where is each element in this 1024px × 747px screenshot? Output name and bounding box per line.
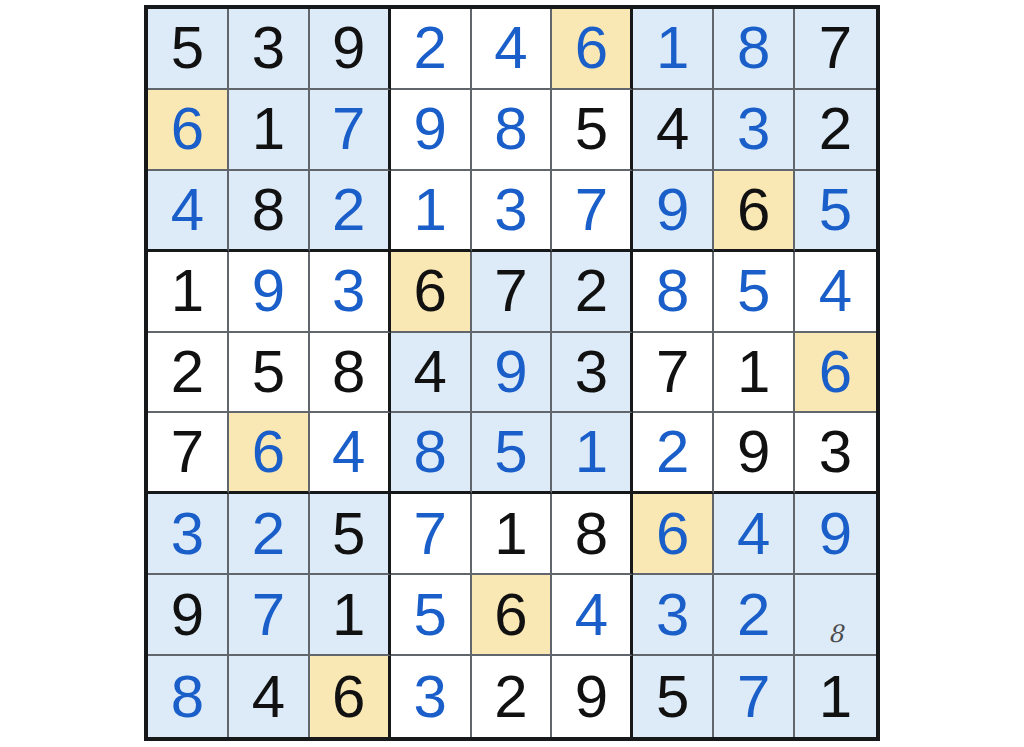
cell-r5c2[interactable]: 5 <box>229 333 310 414</box>
digit: 7 <box>494 261 527 321</box>
cell-r3c8[interactable]: 6 <box>714 171 795 252</box>
cell-r2c8[interactable]: 3 <box>714 90 795 171</box>
cell-r8c2[interactable]: 7 <box>229 575 310 656</box>
digit: 5 <box>737 261 770 321</box>
cell-r9c5[interactable]: 2 <box>472 656 553 737</box>
cell-r9c4[interactable]: 3 <box>391 656 472 737</box>
cell-r7c9[interactable]: 9 <box>795 494 876 575</box>
digit: 9 <box>171 585 204 645</box>
cell-r7c4[interactable]: 7 <box>391 494 472 575</box>
digit: 6 <box>171 99 204 159</box>
cell-r2c1[interactable]: 6 <box>148 90 229 171</box>
digit: 8 <box>575 504 608 564</box>
digit: 9 <box>252 261 285 321</box>
cell-r7c6[interactable]: 8 <box>552 494 633 575</box>
cell-r2c5[interactable]: 8 <box>472 90 553 171</box>
cell-r6c1[interactable]: 7 <box>148 413 229 494</box>
cell-r5c1[interactable]: 2 <box>148 333 229 414</box>
cell-r9c7[interactable]: 5 <box>633 656 714 737</box>
cell-r3c2[interactable]: 8 <box>229 171 310 252</box>
cell-r7c3[interactable]: 5 <box>310 494 391 575</box>
digit: 2 <box>252 504 285 564</box>
cell-r4c6[interactable]: 2 <box>552 252 633 333</box>
cell-r8c4[interactable]: 5 <box>391 575 472 656</box>
digit: 6 <box>332 667 365 727</box>
digit: 9 <box>737 422 770 482</box>
digit: 3 <box>819 422 852 482</box>
digit: 9 <box>575 667 608 727</box>
cell-r5c6[interactable]: 3 <box>552 333 633 414</box>
digit: 6 <box>737 180 770 240</box>
digit: 3 <box>413 667 446 727</box>
cell-r5c4[interactable]: 4 <box>391 333 472 414</box>
cell-r2c9[interactable]: 2 <box>795 90 876 171</box>
cell-r4c3[interactable]: 3 <box>310 252 391 333</box>
digit: 8 <box>413 422 446 482</box>
cell-r6c5[interactable]: 5 <box>472 413 553 494</box>
cell-r6c8[interactable]: 9 <box>714 413 795 494</box>
cell-r6c2[interactable]: 6 <box>229 413 310 494</box>
cell-r1c6[interactable]: 6 <box>552 9 633 90</box>
digit: 5 <box>656 667 689 727</box>
cell-r4c5[interactable]: 7 <box>472 252 553 333</box>
cell-r8c8[interactable]: 2 <box>714 575 795 656</box>
digit: 3 <box>494 180 527 240</box>
digit: 5 <box>575 99 608 159</box>
digit: 1 <box>494 504 527 564</box>
digit: 8 <box>332 342 365 402</box>
digit: 4 <box>494 18 527 78</box>
cell-r9c3[interactable]: 6 <box>310 656 391 737</box>
digit: 5 <box>413 585 446 645</box>
digit: 9 <box>819 504 852 564</box>
cell-r6c6[interactable]: 1 <box>552 413 633 494</box>
digit: 7 <box>656 342 689 402</box>
digit: 8 <box>494 99 527 159</box>
digit: 4 <box>171 180 204 240</box>
cell-r1c3[interactable]: 9 <box>310 9 391 90</box>
digit: 2 <box>737 585 770 645</box>
cell-r5c9[interactable]: 6 <box>795 333 876 414</box>
cell-r6c9[interactable]: 3 <box>795 413 876 494</box>
digit: 4 <box>332 422 365 482</box>
cell-r6c7[interactable]: 2 <box>633 413 714 494</box>
digit: 1 <box>171 261 204 321</box>
cell-r3c4[interactable]: 1 <box>391 171 472 252</box>
digit: 6 <box>494 585 527 645</box>
cell-r7c5[interactable]: 1 <box>472 494 553 575</box>
cell-r8c6[interactable]: 4 <box>552 575 633 656</box>
digit: 7 <box>171 422 204 482</box>
cell-r9c6[interactable]: 9 <box>552 656 633 737</box>
digit: 1 <box>575 422 608 482</box>
cell-r4c7[interactable]: 8 <box>633 252 714 333</box>
cell-r1c4[interactable]: 2 <box>391 9 472 90</box>
digit: 9 <box>413 99 446 159</box>
cell-r9c2[interactable]: 4 <box>229 656 310 737</box>
cell-r7c7[interactable]: 6 <box>633 494 714 575</box>
cell-r4c1[interactable]: 1 <box>148 252 229 333</box>
cell-r5c7[interactable]: 7 <box>633 333 714 414</box>
digit: 7 <box>413 504 446 564</box>
digit: 4 <box>575 585 608 645</box>
digit: 3 <box>252 18 285 78</box>
digit: 6 <box>819 342 852 402</box>
digit: 3 <box>737 99 770 159</box>
pencil-mark: 8 <box>828 622 843 646</box>
cell-r3c5[interactable]: 3 <box>472 171 553 252</box>
cell-r8c7[interactable]: 3 <box>633 575 714 656</box>
digit: 1 <box>413 180 446 240</box>
cell-r2c6[interactable]: 5 <box>552 90 633 171</box>
digit: 5 <box>494 422 527 482</box>
digit: 3 <box>575 342 608 402</box>
cell-r8c1[interactable]: 9 <box>148 575 229 656</box>
cell-r1c1[interactable]: 5 <box>148 9 229 90</box>
cell-r7c8[interactable]: 4 <box>714 494 795 575</box>
digit: 6 <box>575 18 608 78</box>
cell-r2c2[interactable]: 1 <box>229 90 310 171</box>
cell-r3c6[interactable]: 7 <box>552 171 633 252</box>
digit: 7 <box>332 99 365 159</box>
cell-r1c7[interactable]: 1 <box>633 9 714 90</box>
digit: 5 <box>252 342 285 402</box>
digit: 6 <box>656 504 689 564</box>
cell-r8c9[interactable]: 8 <box>795 575 876 656</box>
cell-r3c3[interactable]: 2 <box>310 171 391 252</box>
digit: 3 <box>332 261 365 321</box>
cell-r2c3[interactable]: 7 <box>310 90 391 171</box>
digit: 4 <box>656 99 689 159</box>
cell-r7c1[interactable]: 3 <box>148 494 229 575</box>
cell-r4c4[interactable]: 6 <box>391 252 472 333</box>
digit: 5 <box>819 180 852 240</box>
digit: 9 <box>332 18 365 78</box>
digit: 1 <box>656 18 689 78</box>
cell-r9c8[interactable]: 7 <box>714 656 795 737</box>
cell-r1c5[interactable]: 4 <box>472 9 553 90</box>
digit: 3 <box>171 504 204 564</box>
digit: 7 <box>819 18 852 78</box>
digit: 4 <box>413 342 446 402</box>
cell-r4c9[interactable]: 4 <box>795 252 876 333</box>
digit: 2 <box>656 422 689 482</box>
digit: 3 <box>656 585 689 645</box>
cell-r1c9[interactable]: 7 <box>795 9 876 90</box>
digit: 4 <box>252 667 285 727</box>
cell-r9c9[interactable]: 1 <box>795 656 876 737</box>
cell-r5c3[interactable]: 8 <box>310 333 391 414</box>
digit: 1 <box>332 585 365 645</box>
cell-r6c3[interactable]: 4 <box>310 413 391 494</box>
digit: 6 <box>252 422 285 482</box>
digit: 1 <box>819 667 852 727</box>
cell-r8c3[interactable]: 1 <box>310 575 391 656</box>
digit: 8 <box>737 18 770 78</box>
cell-r3c1[interactable]: 4 <box>148 171 229 252</box>
digit: 7 <box>575 180 608 240</box>
cell-r1c2[interactable]: 3 <box>229 9 310 90</box>
cell-r9c1[interactable]: 8 <box>148 656 229 737</box>
cell-r4c2[interactable]: 9 <box>229 252 310 333</box>
cell-r4c8[interactable]: 5 <box>714 252 795 333</box>
cell-r2c7[interactable]: 4 <box>633 90 714 171</box>
cell-r6c4[interactable]: 8 <box>391 413 472 494</box>
cell-r1c8[interactable]: 8 <box>714 9 795 90</box>
digit: 8 <box>252 180 285 240</box>
cell-r3c7[interactable]: 9 <box>633 171 714 252</box>
digit: 4 <box>737 504 770 564</box>
digit: 2 <box>819 99 852 159</box>
digit: 7 <box>737 667 770 727</box>
digit: 5 <box>332 504 365 564</box>
digit: 4 <box>819 261 852 321</box>
digit: 8 <box>171 667 204 727</box>
digit: 7 <box>252 585 285 645</box>
digit: 5 <box>171 18 204 78</box>
digit: 1 <box>737 342 770 402</box>
digit: 2 <box>413 18 446 78</box>
cell-r8c5[interactable]: 6 <box>472 575 553 656</box>
cell-r3c9[interactable]: 5 <box>795 171 876 252</box>
cell-r5c5[interactable]: 9 <box>472 333 553 414</box>
cell-r7c2[interactable]: 2 <box>229 494 310 575</box>
digit: 2 <box>332 180 365 240</box>
digit: 6 <box>413 261 446 321</box>
digit: 8 <box>656 261 689 321</box>
digit: 2 <box>494 667 527 727</box>
digit: 1 <box>252 99 285 159</box>
digit: 2 <box>575 261 608 321</box>
digit: 2 <box>171 342 204 402</box>
sudoku-board: 5392461876179854324821379651936728542584… <box>144 5 880 741</box>
cell-r2c4[interactable]: 9 <box>391 90 472 171</box>
digit: 9 <box>656 180 689 240</box>
cell-r5c8[interactable]: 1 <box>714 333 795 414</box>
digit: 9 <box>494 342 527 402</box>
